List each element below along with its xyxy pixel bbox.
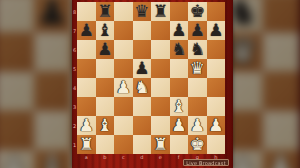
square-c1[interactable] [114,135,133,154]
square-f3[interactable]: ♝ [170,97,189,116]
piece-black-queen[interactable]: ♛ [134,3,149,20]
square-g4[interactable] [188,78,207,97]
square-h6[interactable] [207,40,226,59]
piece-black-pawn[interactable]: ♟ [190,22,205,39]
file-label-d: d [133,154,152,161]
square-d5[interactable]: ♟ [133,59,152,78]
file-label-c: c [114,154,133,161]
chess-board[interactable]: 87654321 ♜♛♜♚♟♝♟♟♟♟♞♞♟♛♟♞♝♟♝♟♟♟♜♜♚ abcde… [72,0,233,168]
piece-white-pawn[interactable]: ♟ [171,117,186,134]
square-a3[interactable] [77,97,96,116]
square-g5[interactable]: ♛ [188,59,207,78]
board-squares: ♜♛♜♚♟♝♟♟♟♟♞♞♟♛♟♞♝♟♝♟♟♟♜♜♚ [77,2,225,154]
square-b3[interactable] [96,97,115,116]
square-b6: ♟ [33,0,71,33]
piece-black-pawn[interactable]: ♟ [79,22,94,39]
square-d8[interactable]: ♛ [133,2,152,21]
square-h2[interactable]: ♟ [207,116,226,135]
piece-white-knight[interactable]: ♞ [134,79,149,96]
square-g8[interactable]: ♚ [188,2,207,21]
square-a1[interactable]: ♜ [77,135,96,154]
piece-white-pawn: ♟ [265,151,296,168]
square-g3[interactable] [188,97,207,116]
square-b6[interactable]: ♟ [96,40,115,59]
square-h5[interactable] [207,59,226,78]
piece-black-knight[interactable]: ♞ [190,41,205,58]
square-h3 [262,111,300,150]
square-a7[interactable]: ♟ [77,21,96,40]
piece-black-pawn: ♟ [36,0,67,29]
piece-white-pawn[interactable]: ♟ [79,117,94,134]
square-g1[interactable]: ♚ [188,135,207,154]
piece-black-king[interactable]: ♚ [190,3,205,20]
square-e7[interactable] [151,21,170,40]
square-a6[interactable] [77,40,96,59]
piece-white-rook[interactable]: ♜ [153,136,168,153]
piece-black-bishop[interactable]: ♝ [97,22,112,39]
square-b2[interactable]: ♝ [96,116,115,135]
piece-white-bishop[interactable]: ♝ [171,98,186,115]
piece-white-rook[interactable]: ♜ [79,136,94,153]
square-c2[interactable] [114,116,133,135]
piece-white-bishop[interactable]: ♝ [97,117,112,134]
piece-black-pawn[interactable]: ♟ [171,22,186,39]
square-a4 [0,72,33,111]
piece-white-pawn[interactable]: ♟ [208,117,223,134]
square-f7[interactable]: ♟ [170,21,189,40]
square-e8[interactable]: ♜ [151,2,170,21]
square-h6 [262,0,300,33]
square-h5 [262,33,300,72]
piece-black-knight[interactable]: ♞ [171,41,186,58]
piece-black-pawn[interactable]: ♟ [134,60,149,77]
square-b5[interactable] [96,59,115,78]
square-a4[interactable] [77,78,96,97]
square-a8[interactable] [77,2,96,21]
square-d7[interactable] [133,21,152,40]
square-h3[interactable] [207,97,226,116]
watermark-badge: Live Broadcast [183,159,229,166]
square-h4[interactable] [207,78,226,97]
square-a5[interactable] [77,59,96,78]
piece-white-pawn: ♟ [0,151,30,168]
square-e2[interactable] [151,116,170,135]
square-b4[interactable] [96,78,115,97]
square-a5 [0,33,33,72]
piece-white-bishop: ♝ [36,151,67,168]
square-c7[interactable] [114,21,133,40]
piece-black-rook[interactable]: ♜ [153,3,168,20]
square-f4[interactable] [170,78,189,97]
square-a6 [0,0,33,33]
square-a3 [0,111,33,150]
piece-white-pawn[interactable]: ♟ [190,117,205,134]
square-f5[interactable] [170,59,189,78]
square-b1[interactable] [96,135,115,154]
video-frame: 87654321 ♜♛♜♚♟♝♟♟♟♟♞♞♟♛♟♞♝♟♝♟♟♟♜♜♚ abcde… [0,0,300,168]
square-d3[interactable] [133,97,152,116]
square-e1[interactable]: ♜ [151,135,170,154]
main-board-area: 87654321 ♜♛♜♚♟♝♟♟♟♟♞♞♟♛♟♞♝♟♝♟♟♟♜♜♚ abcde… [72,0,233,168]
square-d1[interactable] [133,135,152,154]
square-h7[interactable]: ♟ [207,21,226,40]
square-c4[interactable]: ♟ [114,78,133,97]
square-c3[interactable] [114,97,133,116]
file-label-b: b [96,154,115,161]
piece-black-rook[interactable]: ♜ [97,3,112,20]
square-b4 [33,72,71,111]
file-label-e: e [151,154,170,161]
square-a2[interactable]: ♟ [77,116,96,135]
square-e3[interactable] [151,97,170,116]
square-f8[interactable] [170,2,189,21]
square-c5[interactable] [114,59,133,78]
square-h2: ♟ [262,150,300,168]
square-c8[interactable] [114,2,133,21]
square-e5[interactable] [151,59,170,78]
square-h8[interactable] [207,2,226,21]
piece-white-pawn[interactable]: ♟ [116,79,131,96]
square-d4[interactable]: ♞ [133,78,152,97]
piece-white-king[interactable]: ♚ [190,136,205,153]
square-d2[interactable] [133,116,152,135]
square-b5 [33,33,71,72]
piece-black-pawn[interactable]: ♟ [97,41,112,58]
square-b8[interactable]: ♜ [96,2,115,21]
square-b2: ♝ [33,150,71,168]
file-label-a: a [77,154,96,161]
square-b3 [33,111,71,150]
square-f2[interactable]: ♟ [170,116,189,135]
square-f6[interactable]: ♞ [170,40,189,59]
square-c6[interactable] [114,40,133,59]
square-d6[interactable] [133,40,152,59]
piece-black-pawn[interactable]: ♟ [208,22,223,39]
piece-white-queen[interactable]: ♛ [190,60,205,77]
square-g2[interactable]: ♟ [188,116,207,135]
square-e6[interactable] [151,40,170,59]
square-h4 [262,72,300,111]
square-h1[interactable] [207,135,226,154]
square-b7[interactable]: ♝ [96,21,115,40]
square-g6[interactable]: ♞ [188,40,207,59]
square-e4[interactable] [151,78,170,97]
square-g7[interactable]: ♟ [188,21,207,40]
square-a2: ♟ [0,150,33,168]
square-f1[interactable] [170,135,189,154]
